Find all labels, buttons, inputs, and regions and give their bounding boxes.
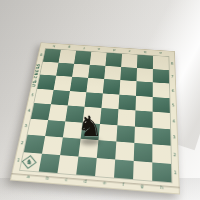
coord-label: h bbox=[160, 185, 163, 190]
coord-label: e bbox=[98, 47, 101, 50]
square-c8 bbox=[74, 51, 91, 65]
square-e4 bbox=[100, 108, 118, 125]
corner-logo-icon: ♞ bbox=[21, 155, 38, 169]
square-e7 bbox=[104, 66, 121, 81]
coord-label: a bbox=[159, 51, 162, 54]
square-f1 bbox=[114, 159, 134, 179]
coord-label: c bbox=[65, 177, 68, 182]
square-c7 bbox=[72, 63, 90, 77]
square-d1 bbox=[76, 156, 97, 176]
coord-label: 2 bbox=[20, 141, 24, 145]
square-d4 bbox=[83, 107, 102, 124]
square-g3 bbox=[134, 126, 152, 144]
square-c2 bbox=[60, 137, 80, 156]
coord-label: 1 bbox=[174, 171, 177, 176]
coord-label: c bbox=[128, 49, 130, 52]
photo-scene: abcdefgh abcdefgh 87654321 87654321 US C… bbox=[0, 0, 200, 200]
coord-label: d bbox=[83, 179, 87, 184]
square-c5 bbox=[68, 91, 87, 107]
square-h2 bbox=[152, 144, 171, 163]
square-g5 bbox=[135, 95, 152, 111]
coord-label: 4 bbox=[172, 119, 175, 123]
coord-label: 5 bbox=[172, 104, 175, 108]
coord-label: b bbox=[144, 50, 147, 53]
coord-label: 8 bbox=[40, 53, 43, 56]
coord-label: 7 bbox=[171, 75, 174, 79]
square-c1 bbox=[57, 155, 78, 175]
chessboard-mat: abcdefgh abcdefgh 87654321 87654321 US C… bbox=[10, 42, 180, 194]
coord-label: f bbox=[83, 46, 85, 49]
square-e2 bbox=[97, 140, 117, 159]
square-d2 bbox=[78, 139, 98, 158]
square-e8 bbox=[105, 53, 122, 67]
coord-label: a bbox=[26, 174, 30, 179]
coord-label: f bbox=[122, 182, 124, 187]
square-h3 bbox=[152, 128, 170, 146]
coord-label: g bbox=[68, 45, 71, 48]
square-f4 bbox=[117, 109, 135, 126]
coord-label: 6 bbox=[171, 89, 174, 93]
square-f2 bbox=[115, 142, 134, 161]
square-c6 bbox=[70, 77, 88, 92]
square-e5 bbox=[101, 93, 119, 109]
square-g2 bbox=[134, 143, 153, 162]
coord-label: d bbox=[113, 48, 116, 51]
coord-label: 8 bbox=[171, 62, 174, 65]
square-h4 bbox=[153, 112, 171, 129]
coord-label: b bbox=[45, 176, 49, 181]
square-d8 bbox=[90, 52, 107, 66]
square-h6 bbox=[153, 82, 170, 97]
coord-label: 3 bbox=[24, 124, 28, 128]
square-d3 bbox=[81, 122, 100, 140]
square-g8 bbox=[137, 55, 153, 69]
board-grid bbox=[20, 49, 171, 183]
square-h8 bbox=[153, 56, 169, 70]
square-f3 bbox=[116, 125, 135, 143]
coord-label: 2 bbox=[173, 152, 176, 157]
square-h5 bbox=[153, 97, 170, 113]
logo-knight-icon: ♞ bbox=[25, 158, 33, 166]
square-f6 bbox=[119, 80, 136, 95]
vinyl-mat: abcdefgh abcdefgh 87654321 87654321 US C… bbox=[10, 42, 180, 194]
coord-label: 4 bbox=[27, 108, 31, 112]
square-g7 bbox=[137, 68, 153, 83]
coord-label: g bbox=[140, 184, 143, 189]
square-d5 bbox=[85, 92, 103, 108]
coord-label: 1 bbox=[16, 158, 20, 163]
coord-label: 5 bbox=[31, 94, 35, 98]
square-h1 bbox=[152, 162, 171, 182]
square-f5 bbox=[118, 94, 136, 110]
square-g1 bbox=[133, 161, 152, 181]
square-d6 bbox=[86, 78, 104, 93]
square-h7 bbox=[153, 69, 169, 84]
square-e3 bbox=[98, 124, 117, 142]
coord-label: h bbox=[53, 44, 56, 47]
square-f8 bbox=[121, 54, 137, 68]
square-d7 bbox=[88, 64, 105, 78]
square-c4 bbox=[65, 105, 84, 122]
square-f7 bbox=[120, 67, 137, 82]
coord-label: e bbox=[103, 180, 106, 185]
square-g6 bbox=[136, 81, 153, 96]
square-g4 bbox=[135, 110, 153, 127]
square-c3 bbox=[63, 121, 83, 139]
square-e6 bbox=[103, 79, 120, 94]
coord-label: 3 bbox=[173, 135, 176, 139]
square-e1 bbox=[95, 158, 115, 178]
